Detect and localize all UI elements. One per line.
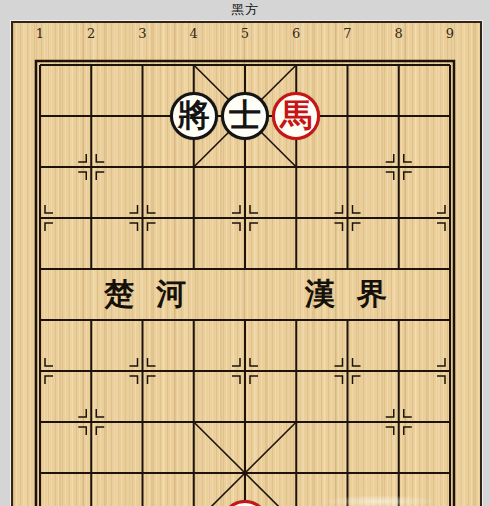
column-label-1: 1 bbox=[36, 26, 44, 41]
piece-glyph: 馬 bbox=[280, 99, 312, 131]
light-reflection bbox=[322, 495, 437, 506]
column-label-8: 8 bbox=[395, 26, 403, 41]
column-label-7: 7 bbox=[343, 26, 351, 41]
piece-glyph: 將 bbox=[178, 99, 210, 131]
piece-glyph: 士 bbox=[229, 99, 261, 131]
column-label-4: 4 bbox=[190, 26, 198, 41]
column-label-3: 3 bbox=[138, 26, 146, 41]
river-label-3: 漢 bbox=[305, 274, 335, 315]
river-label-4: 界 bbox=[357, 274, 387, 315]
black-side-label: 黑方 bbox=[231, 1, 259, 19]
river-label-1: 楚 bbox=[104, 274, 134, 315]
piece-red-horse[interactable]: 馬 bbox=[272, 92, 320, 140]
column-label-6: 6 bbox=[292, 26, 300, 41]
xiangqi-app: 黑方 123456789 楚河漢界 將士馬帥 bbox=[0, 0, 490, 506]
piece-black-advisor[interactable]: 士 bbox=[221, 92, 269, 140]
column-label-5: 5 bbox=[241, 26, 249, 41]
piece-black-general[interactable]: 將 bbox=[170, 92, 218, 140]
header-bar: 黑方 bbox=[0, 0, 490, 20]
river-label-2: 河 bbox=[156, 274, 186, 315]
column-label-9: 9 bbox=[446, 26, 454, 41]
column-label-2: 2 bbox=[87, 26, 95, 41]
